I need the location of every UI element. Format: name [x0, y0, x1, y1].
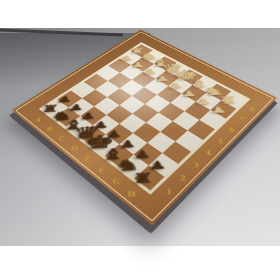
board-square — [160, 121, 187, 141]
board-square — [134, 143, 163, 166]
board-square — [106, 105, 132, 124]
board-square — [119, 114, 146, 133]
file-label: B — [38, 123, 60, 135]
board-square — [91, 134, 119, 156]
file-label: E — [76, 152, 99, 166]
board-square — [162, 142, 191, 164]
board-square — [185, 102, 211, 120]
board-square — [173, 111, 200, 130]
board-square — [133, 104, 159, 123]
file-label: A — [27, 114, 49, 125]
board-square — [199, 110, 226, 129]
rank-label: 6 — [223, 123, 241, 138]
board-square — [188, 120, 215, 140]
file-label: F — [90, 163, 113, 178]
rank-label: 4 — [199, 145, 218, 161]
rank-label: 2 — [174, 169, 192, 187]
rank-label: 5 — [211, 134, 229, 149]
board-square — [78, 125, 105, 146]
board-square — [106, 124, 133, 144]
file-label: D — [63, 142, 86, 155]
board-square — [134, 165, 164, 190]
rank-label: 7 — [233, 113, 251, 127]
board-square — [149, 153, 178, 177]
board-square — [80, 106, 106, 125]
file-label: C — [50, 132, 72, 145]
rank-label: 8 — [243, 103, 261, 116]
chess-board: ABCDEFGH 12345678 ♜♞♝♛♚♝♞♜♟♟♟♟♟♟♟♟♟♟♟♟♟♟… — [12, 30, 278, 226]
board-square — [119, 155, 148, 179]
board-square — [159, 103, 185, 121]
file-label: G — [104, 174, 127, 190]
scene: ABCDEFGH 12345678 ♜♞♝♛♚♝♞♜♟♟♟♟♟♟♟♟♟♟♟♟♟♟… — [0, 0, 280, 280]
photo-stage: ABCDEFGH 12345678 ♜♞♝♛♚♝♞♜♟♟♟♟♟♟♟♟♟♟♟♟♟♟… — [0, 0, 280, 280]
board-square — [210, 100, 236, 118]
board-square — [119, 133, 147, 154]
rank-label: 3 — [187, 157, 206, 174]
board-square — [146, 112, 173, 131]
rank-label: 1 — [160, 183, 179, 202]
board-square — [175, 130, 203, 151]
file-label: H — [120, 186, 143, 202]
board-square — [147, 132, 175, 153]
board-square — [105, 144, 134, 167]
board-square — [133, 123, 160, 143]
board-square — [93, 115, 120, 135]
